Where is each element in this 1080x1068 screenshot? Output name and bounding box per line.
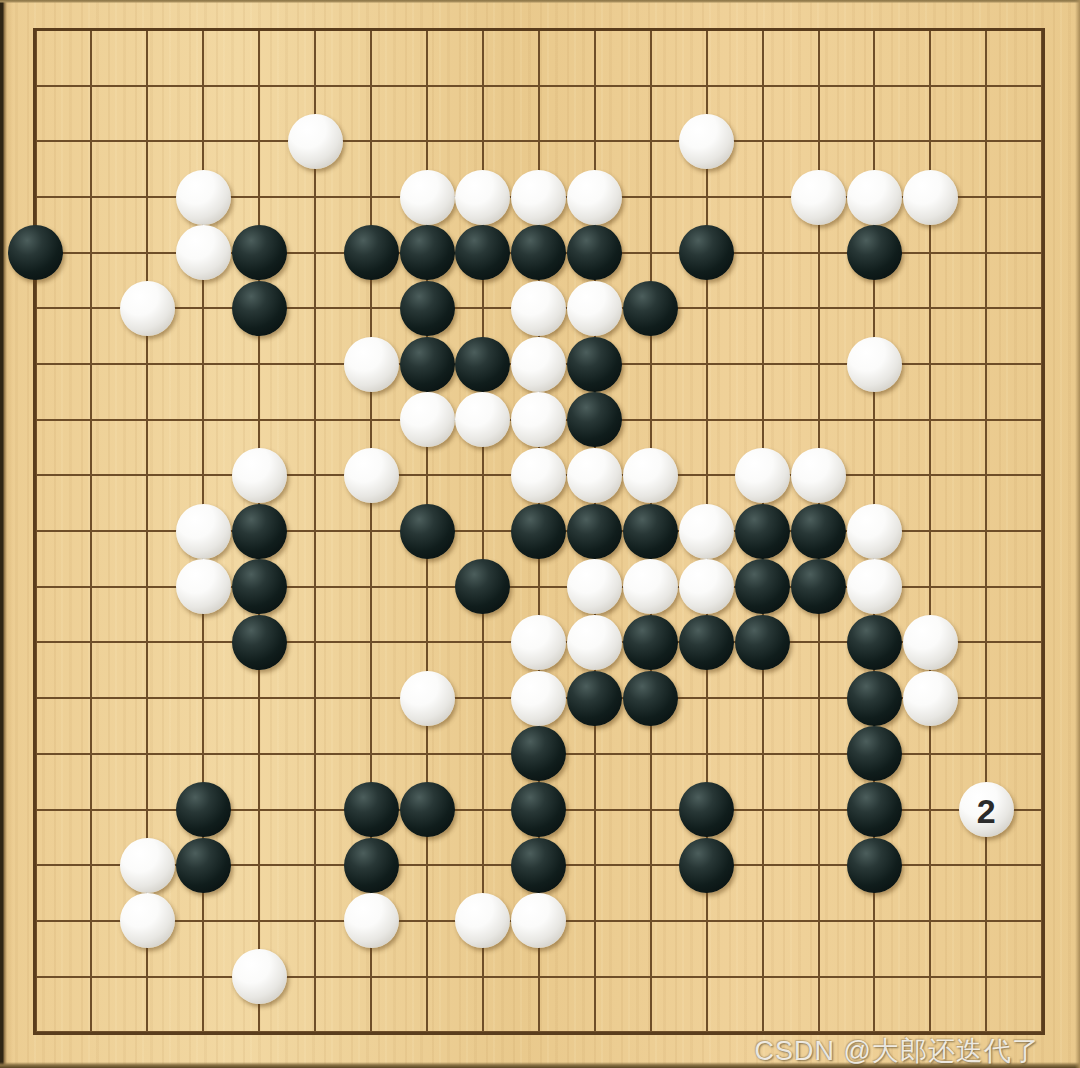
stone-black [847,838,902,893]
stone-white [847,337,902,392]
stone-black [344,782,399,837]
stone-white [176,559,231,614]
stone-white [623,448,678,503]
stone-white [511,337,566,392]
stone-black [400,782,455,837]
stone-white [344,448,399,503]
stone-black [176,838,231,893]
stone-black [511,838,566,893]
stone-white [511,671,566,726]
stone-black [511,504,566,559]
move-number-label: 2 [977,794,996,828]
stone-black [735,504,790,559]
stone-white [847,170,902,225]
stone-black [344,838,399,893]
stone-black [567,504,622,559]
stone-black [791,504,846,559]
stone-white [511,281,566,336]
stone-black [847,671,902,726]
stone-white [400,671,455,726]
stone-black [567,337,622,392]
stone-black [400,337,455,392]
watermark: CSDN @大郎还迭代了 [755,1033,1040,1068]
stone-white [288,114,343,169]
stone-white [120,838,175,893]
stone-black [679,225,734,280]
stone-white [679,504,734,559]
go-board-screenshot: 2 CSDN @大郎还迭代了 [0,0,1080,1068]
board-edge-right [1075,0,1080,1068]
stone-white [176,504,231,559]
stone-black [232,225,287,280]
stone-black [847,726,902,781]
stone-black [847,225,902,280]
stone-white [791,170,846,225]
stone-black [735,615,790,670]
stone-black [679,838,734,893]
stone-black [400,225,455,280]
stone-white-marked-move: 2 [959,782,1014,837]
stone-black [847,782,902,837]
stone-black [232,559,287,614]
stone-black [567,671,622,726]
stone-white [567,281,622,336]
stone-black [455,337,510,392]
stone-black [400,504,455,559]
stone-black [679,615,734,670]
stone-black [344,225,399,280]
stone-black [623,281,678,336]
stone-black [176,782,231,837]
stone-white [511,615,566,670]
stone-white [791,448,846,503]
stone-white [679,114,734,169]
stone-white [567,170,622,225]
stone-white [903,671,958,726]
stone-white [176,170,231,225]
stone-white [120,281,175,336]
stone-black [511,782,566,837]
stone-white [511,170,566,225]
stone-black [847,615,902,670]
stone-black [400,281,455,336]
stone-white [232,949,287,1004]
stone-black [8,225,63,280]
stone-black [623,504,678,559]
stone-white [847,559,902,614]
stone-white [344,337,399,392]
stone-white [567,448,622,503]
stone-white [567,615,622,670]
stone-white [176,225,231,280]
stone-white [232,448,287,503]
stone-black [679,782,734,837]
stone-white [903,170,958,225]
stone-black [232,504,287,559]
stone-white [400,392,455,447]
stone-black [232,615,287,670]
stone-black [232,281,287,336]
board-edge-left [0,0,13,1068]
stone-white [735,448,790,503]
stone-black [791,559,846,614]
stone-white [903,615,958,670]
stone-black [735,559,790,614]
stone-black [623,671,678,726]
stone-white [847,504,902,559]
board-edge-top [0,0,1080,3]
stone-black [623,615,678,670]
stone-white [400,170,455,225]
stone-white [511,448,566,503]
stone-white [455,170,510,225]
stone-white [344,893,399,948]
go-board[interactable]: 2 [0,0,1080,1068]
stone-white [120,893,175,948]
